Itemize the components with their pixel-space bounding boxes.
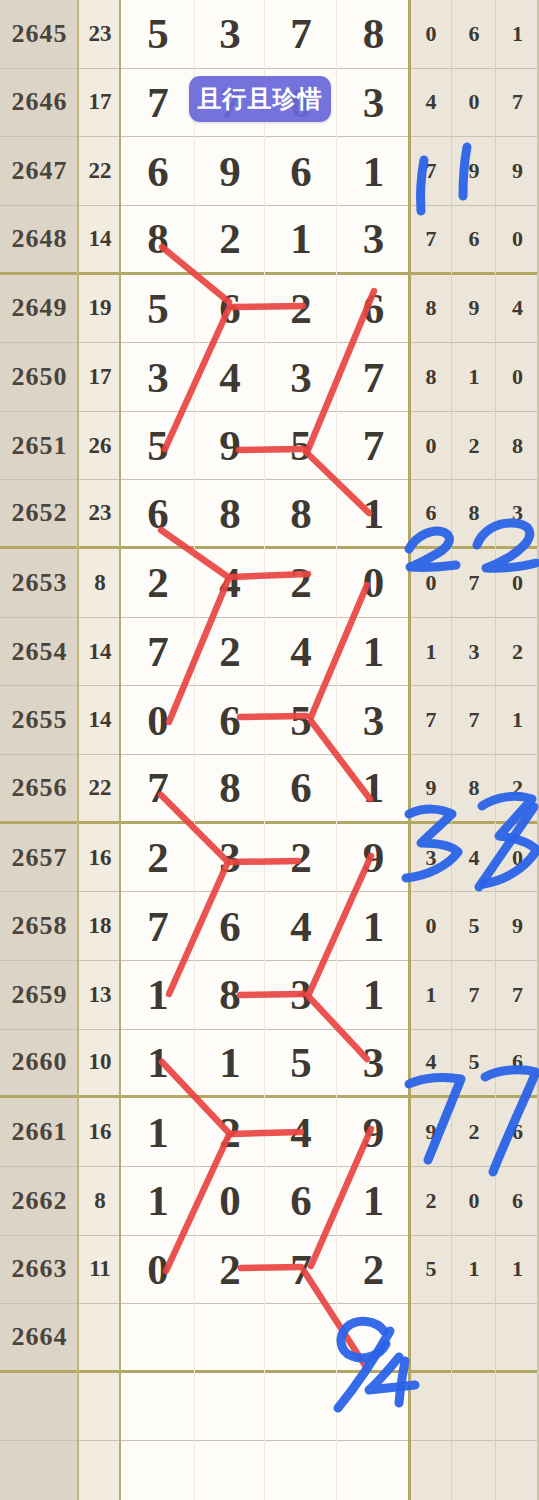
table-row: 2655140653771 — [0, 686, 539, 755]
gridline-main-1 — [194, 0, 195, 1500]
digit-cell: 5 — [121, 275, 195, 343]
issue-cell: 2654 — [0, 618, 79, 686]
table-row: 2664 — [0, 1304, 539, 1373]
tail-cell: 7 — [452, 686, 496, 754]
tail-cell: 1 — [496, 686, 539, 754]
table-row: 2649195626894 — [0, 275, 539, 344]
issue-cell: 2646 — [0, 69, 79, 137]
tail-cell: 0 — [410, 549, 452, 617]
issue-cell — [0, 1373, 79, 1441]
tail-cell — [452, 1304, 496, 1370]
digit-cell — [121, 1304, 195, 1370]
issue-cell: 2662 — [0, 1167, 79, 1235]
digit-cell: 1 — [121, 1167, 195, 1235]
tail-cell: 3 — [452, 618, 496, 686]
digit-cell: 0 — [121, 686, 195, 754]
digit-cell: 2 — [121, 549, 195, 617]
digit-cell: 2 — [195, 1236, 265, 1304]
digit-cell — [337, 1441, 410, 1500]
digit-cell: 7 — [337, 343, 410, 411]
divider-main-tail — [408, 0, 411, 1500]
digit-cell: 5 — [265, 412, 337, 480]
tail-cell: 8 — [410, 275, 452, 343]
digit-cell: 7 — [265, 0, 337, 68]
sum-cell: 17 — [79, 69, 121, 137]
gridline-tail-1 — [451, 0, 452, 1500]
tail-cell: 7 — [452, 549, 496, 617]
tail-cell: 1 — [496, 0, 539, 68]
digit-cell — [195, 1373, 265, 1441]
digit-cell: 3 — [195, 824, 265, 892]
issue-cell: 2648 — [0, 206, 79, 272]
digit-cell: 7 — [121, 755, 195, 821]
tail-cell: 8 — [410, 343, 452, 411]
tail-cell: 1 — [452, 343, 496, 411]
gridline-main-2 — [264, 0, 265, 1500]
digit-cell: 4 — [265, 892, 337, 960]
digit-cell: 4 — [195, 343, 265, 411]
digit-cell: 1 — [195, 1030, 265, 1096]
digit-cell: 1 — [121, 1098, 195, 1166]
sum-cell — [79, 1441, 121, 1500]
tail-cell: 4 — [452, 824, 496, 892]
tail-cell — [496, 1441, 539, 1500]
sum-cell: 14 — [79, 206, 121, 272]
digit-cell: 4 — [195, 549, 265, 617]
digit-cell: 7 — [121, 618, 195, 686]
digit-cell — [195, 1441, 265, 1500]
chart-grid: 2645235378061264617770340726472269617992… — [0, 0, 539, 1500]
issue-cell: 2645 — [0, 0, 79, 68]
tail-cell: 0 — [410, 412, 452, 480]
tail-cell — [410, 1373, 452, 1441]
tail-cell: 9 — [496, 137, 539, 205]
issue-cell: 2658 — [0, 892, 79, 960]
table-row: 2648148213760 — [0, 206, 539, 275]
sum-cell: 16 — [79, 824, 121, 892]
digit-cell: 1 — [121, 961, 195, 1029]
digit-cell — [265, 1441, 337, 1500]
digit-cell: 3 — [337, 1030, 410, 1096]
table-row: 2651265957028 — [0, 412, 539, 481]
tail-cell — [496, 1373, 539, 1441]
tail-cell: 0 — [410, 0, 452, 68]
digit-cell — [195, 1304, 265, 1370]
gridline-main-3 — [336, 0, 337, 1500]
tail-cell — [410, 1441, 452, 1500]
sum-cell: 17 — [79, 343, 121, 411]
tail-cell: 1 — [452, 1236, 496, 1304]
watermark-badge: 且行且珍惜 — [189, 76, 331, 122]
tail-cell: 7 — [496, 69, 539, 137]
tail-cell: 5 — [452, 1030, 496, 1096]
issue-cell: 2650 — [0, 343, 79, 411]
table-row — [0, 1373, 539, 1442]
sum-cell — [79, 1373, 121, 1441]
tail-cell: 2 — [410, 1167, 452, 1235]
table-row: 2656227861982 — [0, 755, 539, 824]
tail-cell: 8 — [496, 412, 539, 480]
digit-cell: 1 — [337, 618, 410, 686]
digit-cell: 0 — [337, 549, 410, 617]
divider-issue-sum — [77, 0, 79, 1500]
sum-cell: 14 — [79, 618, 121, 686]
sum-cell: 10 — [79, 1030, 121, 1096]
digit-cell — [121, 1441, 195, 1500]
tail-cell: 2 — [496, 618, 539, 686]
digit-cell: 1 — [265, 206, 337, 272]
digit-cell — [265, 1373, 337, 1441]
digit-cell: 6 — [265, 755, 337, 821]
tail-cell: 0 — [410, 892, 452, 960]
table-row: 2647226961799 — [0, 137, 539, 206]
tail-cell: 0 — [452, 1167, 496, 1235]
divider-sum-main — [119, 0, 121, 1500]
digit-cell: 2 — [121, 824, 195, 892]
table-row — [0, 1441, 539, 1500]
digit-cell: 8 — [337, 0, 410, 68]
table-row: 2645235378061 — [0, 0, 539, 69]
digit-cell: 8 — [195, 480, 265, 546]
issue-cell: 2661 — [0, 1098, 79, 1166]
issue-cell: 2663 — [0, 1236, 79, 1304]
digit-cell: 6 — [337, 275, 410, 343]
tail-cell: 3 — [496, 480, 539, 546]
digit-cell: 3 — [121, 343, 195, 411]
digit-cell: 8 — [121, 206, 195, 272]
sum-cell: 8 — [79, 549, 121, 617]
table-row: 266281061206 — [0, 1167, 539, 1236]
digit-cell: 7 — [337, 412, 410, 480]
table-row: 265382420070 — [0, 549, 539, 618]
tail-cell: 5 — [410, 1236, 452, 1304]
tail-cell: 2 — [452, 1098, 496, 1166]
tail-cell: 9 — [410, 1098, 452, 1166]
tail-cell: 0 — [496, 206, 539, 272]
table-row: 2652236881683 — [0, 480, 539, 549]
digit-cell: 9 — [195, 137, 265, 205]
tail-cell: 6 — [410, 480, 452, 546]
issue-cell: 2649 — [0, 275, 79, 343]
digit-cell: 5 — [265, 686, 337, 754]
tail-cell: 4 — [496, 275, 539, 343]
digit-cell: 1 — [337, 892, 410, 960]
digit-cell — [121, 1373, 195, 1441]
digit-cell: 1 — [337, 480, 410, 546]
digit-cell: 5 — [121, 0, 195, 68]
digit-cell: 1 — [121, 1030, 195, 1096]
digit-cell: 7 — [121, 892, 195, 960]
tail-cell: 7 — [410, 206, 452, 272]
sum-cell: 23 — [79, 480, 121, 546]
digit-cell: 2 — [195, 1098, 265, 1166]
digit-cell: 8 — [195, 961, 265, 1029]
issue-cell: 2651 — [0, 412, 79, 480]
tail-cell: 7 — [410, 686, 452, 754]
sum-cell: 13 — [79, 961, 121, 1029]
table-row: 2663110272511 — [0, 1236, 539, 1305]
tail-cell: 1 — [410, 961, 452, 1029]
table-row: 2659131831177 — [0, 961, 539, 1030]
table-row: 2650173437810 — [0, 343, 539, 412]
sum-cell: 16 — [79, 1098, 121, 1166]
tail-cell: 9 — [410, 755, 452, 821]
digit-cell: 6 — [195, 892, 265, 960]
gridline-tail-2 — [495, 0, 496, 1500]
tail-cell: 9 — [496, 892, 539, 960]
issue-cell: 2653 — [0, 549, 79, 617]
issue-cell: 2647 — [0, 137, 79, 205]
tail-cell: 7 — [452, 961, 496, 1029]
issue-cell: 2664 — [0, 1304, 79, 1370]
digit-cell: 2 — [195, 618, 265, 686]
tail-cell — [496, 1304, 539, 1370]
issue-cell: 2656 — [0, 755, 79, 821]
tail-cell: 5 — [452, 892, 496, 960]
digit-cell: 8 — [195, 755, 265, 821]
sum-cell: 26 — [79, 412, 121, 480]
tail-cell: 9 — [452, 275, 496, 343]
digit-cell: 6 — [121, 480, 195, 546]
tail-cell: 1 — [410, 618, 452, 686]
digit-cell: 3 — [265, 343, 337, 411]
issue-cell: 2652 — [0, 480, 79, 546]
digit-cell — [337, 1304, 410, 1370]
digit-cell: 2 — [337, 1236, 410, 1304]
issue-cell: 2659 — [0, 961, 79, 1029]
tail-cell: 0 — [496, 549, 539, 617]
tail-cell: 0 — [452, 69, 496, 137]
digit-cell: 0 — [121, 1236, 195, 1304]
digit-cell: 3 — [337, 686, 410, 754]
tail-cell: 3 — [410, 824, 452, 892]
tail-cell: 6 — [496, 1167, 539, 1235]
tail-cell: 2 — [496, 755, 539, 821]
digit-cell: 6 — [121, 137, 195, 205]
digit-cell: 7 — [265, 1236, 337, 1304]
digit-cell: 3 — [337, 206, 410, 272]
issue-cell — [0, 1441, 79, 1500]
digit-cell: 3 — [337, 69, 410, 137]
digit-cell: 1 — [337, 1167, 410, 1235]
digit-cell: 1 — [337, 755, 410, 821]
digit-cell: 8 — [265, 480, 337, 546]
digit-cell: 5 — [265, 1030, 337, 1096]
digit-cell: 1 — [337, 137, 410, 205]
sum-cell: 11 — [79, 1236, 121, 1304]
digit-cell: 9 — [337, 824, 410, 892]
digit-cell: 6 — [265, 1167, 337, 1235]
digit-cell: 2 — [265, 549, 337, 617]
sum-cell: 23 — [79, 0, 121, 68]
digit-cell — [337, 1373, 410, 1441]
tail-cell: 6 — [496, 1098, 539, 1166]
tail-cell: 0 — [496, 824, 539, 892]
digit-cell: 2 — [265, 824, 337, 892]
issue-cell: 2657 — [0, 824, 79, 892]
lottery-trend-chart: 2645235378061264617770340726472269617992… — [0, 0, 539, 1500]
table-row: 2660101153456 — [0, 1030, 539, 1099]
tail-cell: 4 — [410, 1030, 452, 1096]
sum-cell: 19 — [79, 275, 121, 343]
digit-cell: 3 — [265, 961, 337, 1029]
tail-cell: 7 — [496, 961, 539, 1029]
tail-cell — [452, 1373, 496, 1441]
digit-cell: 3 — [195, 0, 265, 68]
issue-cell: 2655 — [0, 686, 79, 754]
digit-cell: 6 — [195, 275, 265, 343]
sum-cell: 8 — [79, 1167, 121, 1235]
tail-cell: 8 — [452, 755, 496, 821]
tail-cell — [452, 1441, 496, 1500]
digit-cell: 9 — [195, 412, 265, 480]
table-row: 2661161249926 — [0, 1098, 539, 1167]
tail-cell: 2 — [452, 412, 496, 480]
tail-cell: 8 — [452, 480, 496, 546]
digit-cell: 9 — [337, 1098, 410, 1166]
table-row: 2654147241132 — [0, 618, 539, 687]
sum-cell: 18 — [79, 892, 121, 960]
digit-cell: 6 — [265, 137, 337, 205]
tail-cell: 7 — [410, 137, 452, 205]
tail-cell: 9 — [452, 137, 496, 205]
digit-cell: 6 — [195, 686, 265, 754]
sum-cell: 22 — [79, 137, 121, 205]
digit-cell: 1 — [337, 961, 410, 1029]
tail-cell — [410, 1304, 452, 1370]
tail-cell: 1 — [496, 1236, 539, 1304]
sum-cell — [79, 1304, 121, 1370]
table-row: 2657162329340 — [0, 824, 539, 893]
tail-cell: 0 — [496, 343, 539, 411]
digit-cell: 4 — [265, 618, 337, 686]
digit-cell — [265, 1304, 337, 1370]
digit-cell: 5 — [121, 412, 195, 480]
digit-cell: 2 — [195, 206, 265, 272]
issue-cell: 2660 — [0, 1030, 79, 1096]
table-row: 2658187641059 — [0, 892, 539, 961]
digit-cell: 0 — [195, 1167, 265, 1235]
digit-cell: 7 — [121, 69, 195, 137]
digit-cell: 4 — [265, 1098, 337, 1166]
sum-cell: 14 — [79, 686, 121, 754]
digit-cell: 2 — [265, 275, 337, 343]
tail-cell: 6 — [496, 1030, 539, 1096]
tail-cell: 6 — [452, 206, 496, 272]
sum-cell: 22 — [79, 755, 121, 821]
tail-cell: 4 — [410, 69, 452, 137]
tail-cell: 6 — [452, 0, 496, 68]
